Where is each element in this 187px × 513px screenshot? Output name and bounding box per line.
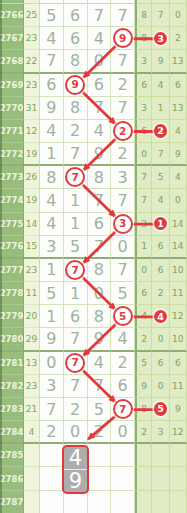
digit-cell: 4: [40, 27, 64, 50]
digit-cell: 0: [64, 421, 88, 444]
stat-cell: [135, 467, 152, 490]
stat-cell: 6: [135, 282, 152, 305]
digit-cell: 7: [64, 259, 88, 282]
stat-cell: 5: [135, 352, 152, 375]
period-cell: 2773: [0, 166, 24, 189]
solid-circle-marker: 5: [154, 402, 168, 416]
digit-cell: 0: [111, 421, 135, 444]
stat-cell: 3: [152, 421, 169, 444]
digit-cell: 1: [40, 305, 64, 328]
hollow-circle-marker: 7: [65, 353, 85, 373]
digit-cell: [111, 444, 135, 467]
digit-cell: 1: [64, 189, 88, 212]
digit-cell: 9: [111, 27, 135, 50]
stat-cell: 2: [135, 328, 152, 351]
stat-cell: 7: [152, 143, 169, 166]
period-cell: 2786: [0, 467, 24, 490]
stat-cell: 1: [152, 97, 169, 120]
digit-cell: 0: [40, 352, 64, 375]
stat-cell: 1: [135, 236, 152, 259]
trend-grid: 2766255677870276723464983227682278073913…: [0, 0, 187, 513]
digit-cell: 9: [88, 143, 112, 166]
digit-cell: 3: [40, 375, 64, 398]
period-cell: 2776: [0, 236, 24, 259]
stat-cell: 4: [152, 305, 169, 328]
period-cell: 2779: [0, 305, 24, 328]
period-cell: 2780: [0, 328, 24, 351]
sum-cell: [24, 467, 40, 490]
hollow-circle-marker: 7: [65, 167, 85, 187]
digit-cell: 3: [111, 213, 135, 236]
stat-cell: 10: [170, 259, 187, 282]
period-cell: 2771: [0, 120, 24, 143]
period-cell: 2782: [0, 375, 24, 398]
digit-cell: 4: [40, 189, 64, 212]
digit-cell: 7: [88, 97, 112, 120]
digit-cell: 2: [111, 74, 135, 97]
stat-cell: [152, 467, 169, 490]
digit-cell: 7: [40, 50, 64, 73]
stat-cell: 7: [135, 189, 152, 212]
period-cell: 2772: [0, 143, 24, 166]
digit-cell: 1: [64, 282, 88, 305]
sum-cell: 19: [24, 143, 40, 166]
period-cell: 2769: [0, 74, 24, 97]
stat-cell: 6: [170, 74, 187, 97]
hollow-circle-marker: 9: [113, 28, 133, 48]
digit-cell: 6: [111, 375, 135, 398]
sum-cell: 23: [24, 375, 40, 398]
stat-cell: 0: [152, 328, 169, 351]
stat-cell: [135, 444, 152, 467]
digit-cell: 6: [40, 74, 64, 97]
digit-cell: 7: [111, 97, 135, 120]
sum-cell: 25: [24, 4, 40, 27]
digit-cell: [88, 467, 112, 490]
digit-cell: [40, 491, 64, 513]
digit-cell: 1: [40, 143, 64, 166]
sum-cell: [24, 491, 40, 513]
sum-cell: 11: [24, 282, 40, 305]
digit-cell: [88, 444, 112, 467]
digit-cell: 8: [40, 166, 64, 189]
digit-cell: 7: [64, 166, 88, 189]
digit-cell: 3: [40, 236, 64, 259]
sum-cell: 23: [24, 74, 40, 97]
stat-cell: 4: [152, 189, 169, 212]
sum-cell: 23: [24, 259, 40, 282]
period-cell: 2768: [0, 50, 24, 73]
stat-cell: 4: [135, 305, 152, 328]
stat-cell: 9: [152, 50, 169, 73]
stat-cell: 0: [170, 4, 187, 27]
stat-cell: 7: [135, 166, 152, 189]
sum-cell: 14: [24, 213, 40, 236]
stat-cell: 7: [152, 4, 169, 27]
digit-cell: 3: [111, 166, 135, 189]
sum-cell: 26: [24, 166, 40, 189]
solid-circle-marker: 3: [154, 32, 168, 46]
stat-cell: 3: [135, 50, 152, 73]
digit-cell: 2: [111, 352, 135, 375]
stat-cell: 14: [170, 236, 187, 259]
hollow-circle-marker: 7: [65, 260, 85, 280]
digit-cell: 4: [111, 328, 135, 351]
sum-cell: 13: [24, 352, 40, 375]
stat-cell: 10: [170, 328, 187, 351]
digit-cell: 2: [88, 421, 112, 444]
digit-cell: 2: [111, 120, 135, 143]
digit-cell: 7: [111, 259, 135, 282]
stat-cell: 6: [135, 74, 152, 97]
digit-cell: 7: [111, 4, 135, 27]
stat-cell: 13: [170, 50, 187, 73]
stat-cell: 12: [170, 421, 187, 444]
sum-cell: 31: [24, 97, 40, 120]
stat-cell: 6: [152, 236, 169, 259]
stat-cell: 8: [135, 4, 152, 27]
digit-cell: 7: [88, 189, 112, 212]
sum-cell: 21: [24, 398, 40, 421]
stat-cell: 3: [152, 27, 169, 50]
digit-cell: [111, 491, 135, 513]
digit-cell: 8: [64, 97, 88, 120]
stat-cell: 5: [152, 398, 169, 421]
period-cell: 2767: [0, 27, 24, 50]
stat-cell: 0: [170, 189, 187, 212]
digit-cell: 0: [111, 236, 135, 259]
digit-cell: 7: [88, 4, 112, 27]
stat-cell: 0: [152, 375, 169, 398]
digit-cell: [40, 467, 64, 490]
stat-cell: [170, 444, 187, 467]
prediction-box: 49: [62, 445, 89, 494]
stat-cell: 0: [135, 143, 152, 166]
digit-cell: 6: [64, 27, 88, 50]
sum-cell: [24, 444, 40, 467]
hollow-circle-marker: 2: [113, 121, 133, 141]
period-cell: 2787: [0, 491, 24, 513]
period-cell: 2783: [0, 398, 24, 421]
stat-cell: [170, 491, 187, 513]
sum-cell: 23: [24, 27, 40, 50]
stat-cell: 11: [170, 375, 187, 398]
digit-cell: 1: [64, 213, 88, 236]
digit-cell: 2: [64, 120, 88, 143]
stat-cell: 2: [152, 120, 169, 143]
stat-cell: 2: [135, 421, 152, 444]
digit-cell: 9: [64, 74, 88, 97]
digit-cell: 5: [88, 398, 112, 421]
sum-cell: 4: [24, 421, 40, 444]
stat-cell: 11: [170, 282, 187, 305]
digit-cell: [88, 491, 112, 513]
digit-cell: 5: [64, 236, 88, 259]
digit-cell: 6: [64, 305, 88, 328]
period-cell: 2784: [0, 421, 24, 444]
digit-cell: 7: [64, 375, 88, 398]
digit-cell: 5: [40, 4, 64, 27]
prediction-digit: 9: [64, 470, 87, 492]
digit-cell: 5: [40, 282, 64, 305]
period-cell: 2785: [0, 444, 24, 467]
period-cell: 2766: [0, 4, 24, 27]
lottery-trend-chart: 2766255677870276723464983227682278073913…: [0, 0, 187, 513]
stat-cell: 3: [135, 213, 152, 236]
digit-cell: 4: [88, 352, 112, 375]
sum-cell: 22: [24, 50, 40, 73]
digit-cell: 2: [64, 398, 88, 421]
digit-cell: 6: [88, 213, 112, 236]
stat-cell: 12: [170, 305, 187, 328]
digit-cell: 7: [88, 236, 112, 259]
digit-cell: 8: [64, 50, 88, 73]
period-cell: 2778: [0, 282, 24, 305]
digit-cell: 7: [64, 143, 88, 166]
digit-cell: 5: [111, 305, 135, 328]
stat-cell: 3: [135, 97, 152, 120]
digit-cell: 7: [88, 375, 112, 398]
digit-cell: 8: [88, 305, 112, 328]
solid-circle-marker: 2: [154, 124, 168, 138]
digit-cell: 4: [40, 213, 64, 236]
stat-cell: 6: [152, 352, 169, 375]
period-cell: 2781: [0, 352, 24, 375]
stat-cell: [135, 491, 152, 513]
digit-cell: 7: [64, 328, 88, 351]
digit-cell: 6: [64, 4, 88, 27]
stat-cell: 2: [152, 282, 169, 305]
stat-cell: 0: [135, 259, 152, 282]
stat-cell: 9: [170, 143, 187, 166]
stat-cell: [152, 491, 169, 513]
stat-cell: 6: [170, 352, 187, 375]
digit-cell: 7: [111, 189, 135, 212]
digit-cell: 7: [111, 50, 135, 73]
stat-cell: 6: [152, 259, 169, 282]
digit-cell: 7: [111, 398, 135, 421]
hollow-circle-marker: 3: [113, 214, 133, 234]
stat-cell: 4: [170, 166, 187, 189]
hollow-circle-marker: 5: [113, 306, 133, 326]
period-cell: 2775: [0, 213, 24, 236]
digit-cell: 9: [40, 97, 64, 120]
prediction-digit: 4: [64, 447, 87, 470]
digit-cell: 7: [40, 398, 64, 421]
stat-cell: 2: [170, 27, 187, 50]
digit-cell: 8: [88, 259, 112, 282]
stat-cell: 1: [152, 213, 169, 236]
period-cell: 2777: [0, 259, 24, 282]
hollow-circle-marker: 7: [113, 399, 133, 419]
digit-cell: 4: [88, 120, 112, 143]
sum-cell: 20: [24, 305, 40, 328]
digit-cell: 2: [111, 143, 135, 166]
stat-cell: 8: [135, 27, 152, 50]
stat-cell: 8: [135, 398, 152, 421]
digit-cell: 0: [88, 50, 112, 73]
solid-circle-marker: 4: [154, 310, 168, 324]
digit-cell: 1: [40, 259, 64, 282]
digit-cell: 9: [88, 328, 112, 351]
stat-cell: 13: [170, 97, 187, 120]
sum-cell: 19: [24, 189, 40, 212]
digit-cell: 4: [40, 120, 64, 143]
period-cell: 2774: [0, 189, 24, 212]
digit-cell: 5: [111, 282, 135, 305]
digit-cell: [111, 467, 135, 490]
digit-cell: 2: [40, 421, 64, 444]
stat-cell: 6: [135, 120, 152, 143]
digit-cell: 9: [40, 328, 64, 351]
hollow-circle-marker: 9: [65, 75, 85, 95]
digit-cell: 8: [88, 166, 112, 189]
stat-cell: 4: [152, 74, 169, 97]
stat-cell: [152, 444, 169, 467]
digit-cell: 6: [88, 74, 112, 97]
digit-cell: 4: [88, 27, 112, 50]
sum-cell: 29: [24, 328, 40, 351]
sum-cell: 12: [24, 120, 40, 143]
period-cell: 2770: [0, 97, 24, 120]
digit-cell: [40, 444, 64, 467]
sum-cell: 15: [24, 236, 40, 259]
stat-cell: [170, 467, 187, 490]
digit-cell: 0: [88, 282, 112, 305]
digit-cell: 7: [64, 352, 88, 375]
stat-cell: 5: [152, 166, 169, 189]
stat-cell: 4: [170, 120, 187, 143]
stat-cell: 14: [170, 213, 187, 236]
stat-cell: 9: [170, 398, 187, 421]
stat-cell: 9: [135, 375, 152, 398]
solid-circle-marker: 1: [154, 217, 168, 231]
